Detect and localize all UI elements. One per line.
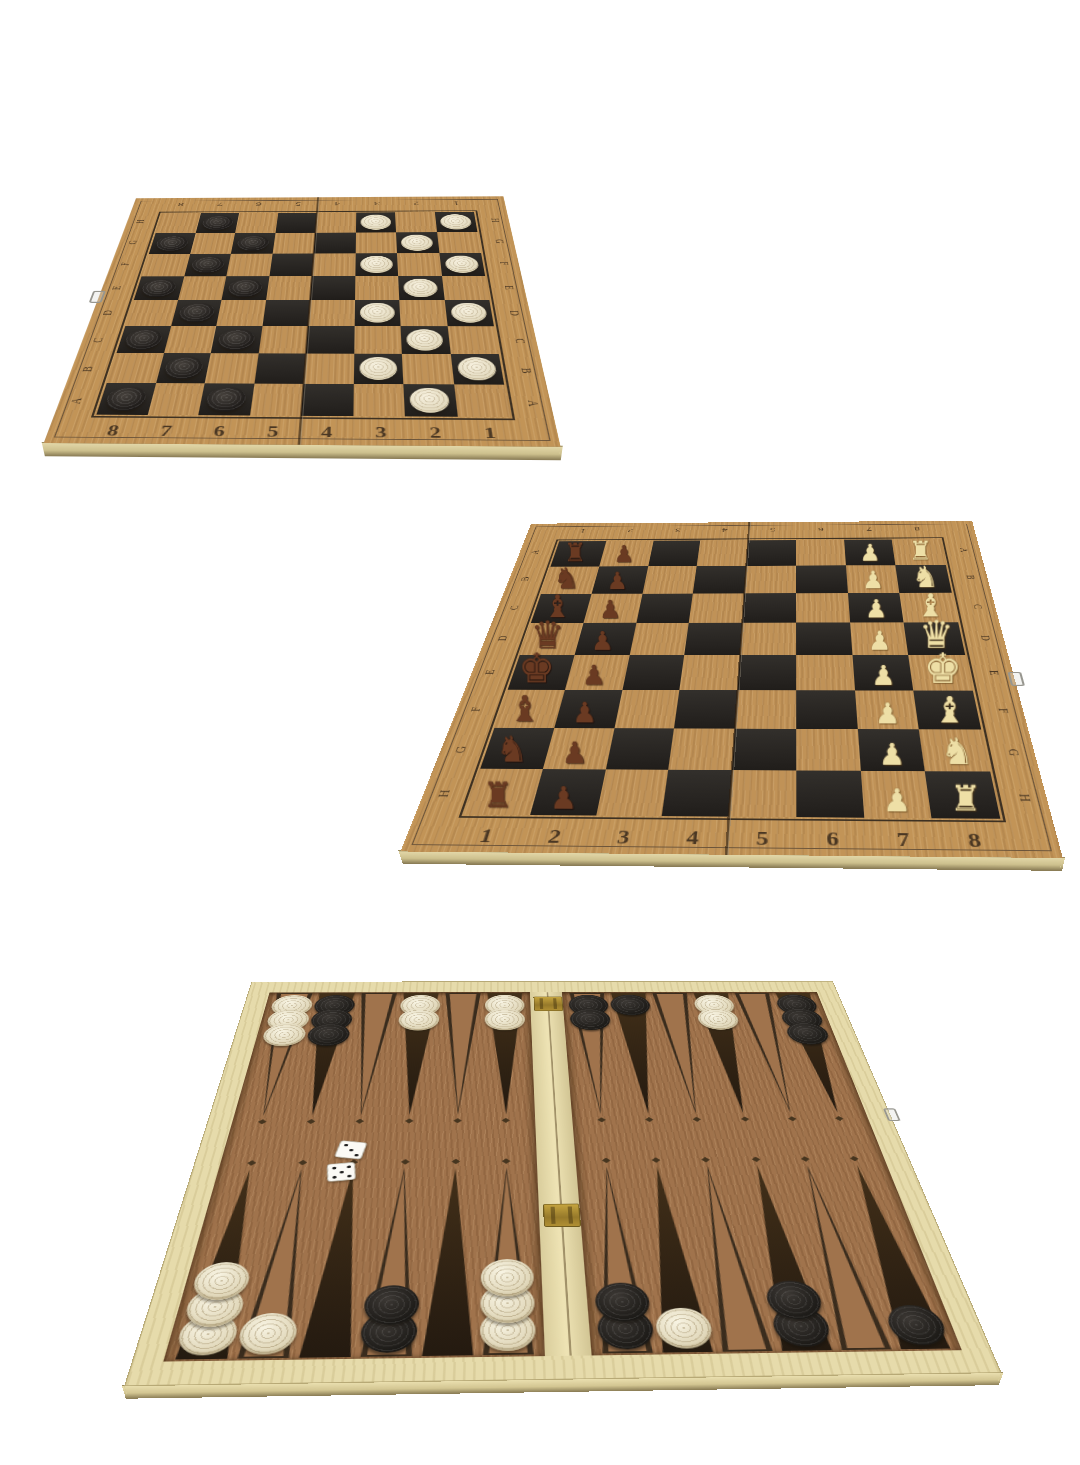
point-tip-dot bbox=[751, 1157, 760, 1162]
board-square bbox=[147, 383, 205, 415]
chess-piece-wK: ♚ bbox=[924, 647, 962, 689]
chess-piece-wN: ♞ bbox=[941, 733, 974, 770]
chess-piece-bP: ♟ bbox=[613, 542, 633, 565]
point-tip-dot bbox=[597, 1117, 605, 1122]
coord-label: 5 bbox=[277, 198, 317, 209]
bg-checker-black bbox=[305, 1023, 351, 1046]
board-square: ♞ bbox=[919, 729, 990, 772]
board-square: ♜ bbox=[925, 771, 1000, 818]
chess-grid: ♜♟♟♜♞♟♟♞♝♟♟♝♛♟♟♛♚♟♟♚♝♟♟♝♞♟♟♞♜♟♟♜ bbox=[464, 539, 1000, 819]
product-photo-page: 87654321 87654321 HGFEDCBA HGFEDCBA 1234… bbox=[0, 0, 1080, 1465]
board-square bbox=[222, 276, 270, 300]
board-square bbox=[796, 565, 848, 593]
board-square bbox=[744, 565, 795, 593]
board-square bbox=[354, 326, 402, 354]
chess-board: 12345678 12345678 ABCDEFGH ABCDEFGH ♜♟♟♜… bbox=[400, 521, 1062, 858]
point-tip-dot bbox=[652, 1157, 661, 1162]
board-square bbox=[596, 770, 669, 816]
board-square bbox=[434, 212, 477, 232]
board-square bbox=[195, 213, 239, 233]
board-square bbox=[746, 540, 796, 566]
board-square bbox=[642, 566, 697, 594]
point-tip-dot bbox=[801, 1156, 810, 1161]
coord-label: 8 bbox=[83, 421, 142, 442]
chess-piece-bP: ♟ bbox=[582, 662, 606, 689]
board-square bbox=[396, 232, 439, 253]
chess-piece-wP: ♟ bbox=[860, 541, 881, 564]
coord-label: 8 bbox=[937, 828, 1013, 853]
point-tip-dot bbox=[356, 1119, 364, 1124]
bg-checker-white bbox=[485, 1009, 526, 1031]
bg-checker-black bbox=[569, 1009, 611, 1031]
board-square bbox=[304, 354, 354, 384]
board-square bbox=[314, 232, 356, 253]
board-square bbox=[235, 213, 278, 233]
board-square bbox=[315, 213, 356, 233]
board-square: ♚ bbox=[508, 655, 575, 690]
chess-piece-wP: ♟ bbox=[883, 785, 911, 817]
chess-piece-bK: ♚ bbox=[518, 647, 555, 688]
coord-label: 8 bbox=[160, 199, 202, 210]
checker-piece-white bbox=[450, 303, 488, 323]
point-tip-dot bbox=[453, 1118, 461, 1123]
chess-piece-bP: ♟ bbox=[599, 597, 621, 622]
board-square: ♜ bbox=[464, 769, 542, 815]
brass-hinge-icon bbox=[533, 997, 563, 1011]
point-tip-dot bbox=[247, 1160, 256, 1166]
board-square bbox=[190, 233, 235, 254]
board-square bbox=[312, 253, 355, 276]
board-square: ♟ bbox=[846, 565, 900, 593]
coord-label: 6 bbox=[238, 199, 279, 210]
backgammon-point bbox=[482, 993, 530, 1115]
point-tip-dot bbox=[307, 1119, 315, 1124]
point-tip-dot bbox=[645, 1117, 653, 1122]
board-square bbox=[605, 728, 674, 770]
board-square: ♟ bbox=[591, 566, 647, 593]
point-tip-dot bbox=[602, 1158, 611, 1163]
board-square bbox=[662, 770, 732, 817]
board-square bbox=[107, 353, 164, 383]
chess-piece-bN: ♞ bbox=[496, 731, 528, 767]
point-tip-dot bbox=[702, 1157, 711, 1162]
backgammon-point bbox=[294, 1169, 379, 1358]
point-tip-dot bbox=[693, 1117, 701, 1122]
board-square bbox=[668, 728, 734, 770]
board-square bbox=[178, 276, 227, 300]
checker-piece-black bbox=[162, 357, 204, 380]
board-square bbox=[693, 566, 746, 594]
board-square bbox=[356, 212, 396, 232]
coord-label: 6 bbox=[190, 421, 247, 442]
checker-piece-black bbox=[201, 215, 234, 230]
coord-label: 2 bbox=[408, 423, 464, 444]
coord-label: 4 bbox=[317, 198, 357, 209]
board-square: ♟ bbox=[860, 771, 931, 818]
board-square bbox=[796, 690, 857, 729]
board-square: ♝ bbox=[913, 690, 981, 729]
board-square bbox=[680, 655, 740, 690]
coord-label: 2 bbox=[396, 198, 437, 209]
backgammon-right-half bbox=[562, 992, 962, 1356]
checker-piece-black bbox=[104, 386, 149, 411]
board-square bbox=[134, 276, 184, 300]
board-square bbox=[674, 690, 737, 728]
coord-label: 7 bbox=[137, 421, 195, 442]
checker-piece-black bbox=[140, 279, 178, 297]
checker-piece-black bbox=[190, 256, 226, 273]
board-square bbox=[735, 690, 796, 728]
checker-piece-white bbox=[360, 256, 393, 273]
board-square bbox=[156, 353, 211, 383]
bg-checker-white bbox=[189, 1262, 253, 1300]
board-square: ♟ bbox=[599, 541, 653, 567]
board-square bbox=[402, 354, 454, 384]
board-square: ♟ bbox=[554, 690, 622, 728]
board-square bbox=[353, 384, 405, 417]
backgammon-point bbox=[478, 1167, 539, 1355]
board-square: ♟ bbox=[857, 729, 925, 772]
board-square bbox=[796, 540, 846, 566]
checker-piece-black bbox=[236, 235, 270, 251]
point-tip-dot bbox=[836, 1116, 844, 1121]
board-square: ♝ bbox=[495, 690, 565, 728]
checker-piece-white bbox=[403, 279, 438, 297]
point-tip-dot bbox=[258, 1119, 266, 1124]
board-square: ♟ bbox=[855, 690, 920, 729]
board-square bbox=[249, 383, 303, 416]
board-square bbox=[403, 384, 457, 417]
board-square bbox=[742, 593, 796, 623]
bg-checker-white bbox=[181, 1287, 246, 1327]
checker-piece-black bbox=[177, 303, 216, 323]
point-tip-dot bbox=[401, 1159, 410, 1164]
board-square bbox=[697, 540, 748, 566]
coord-label: 5 bbox=[748, 524, 796, 535]
board-square bbox=[648, 541, 701, 567]
checker-piece-white bbox=[409, 388, 450, 413]
checker-piece-white bbox=[359, 357, 397, 380]
board-square bbox=[729, 770, 796, 817]
quadrant-top-left bbox=[239, 993, 530, 1116]
point-tip-dot bbox=[850, 1156, 858, 1161]
coord-label: 6 bbox=[797, 524, 846, 535]
coord-label: 8 bbox=[892, 523, 943, 534]
point-tip-dot bbox=[788, 1116, 796, 1121]
chess-piece-wR: ♜ bbox=[950, 781, 982, 816]
board-square bbox=[796, 729, 860, 772]
backgammon-left-half bbox=[163, 992, 545, 1361]
coord-label: 7 bbox=[844, 523, 894, 534]
board-square bbox=[397, 253, 441, 276]
board-square bbox=[732, 728, 796, 770]
chess-piece-wP: ♟ bbox=[872, 662, 897, 689]
backgammon-point bbox=[417, 1168, 481, 1356]
backgammon-point bbox=[434, 993, 484, 1115]
board-square bbox=[444, 300, 494, 326]
checker-piece-white bbox=[401, 234, 434, 250]
board-square bbox=[216, 300, 265, 326]
quadrant-bottom-left bbox=[170, 1167, 539, 1359]
bg-checker-white bbox=[260, 1024, 307, 1047]
board-square: ♚ bbox=[908, 655, 972, 690]
board-square: ♟ bbox=[848, 593, 904, 623]
chess-piece-bP: ♟ bbox=[549, 782, 577, 813]
coord-label: 1 bbox=[558, 525, 608, 536]
die-showing-3 bbox=[334, 1140, 368, 1159]
quadrant-top-right bbox=[566, 993, 861, 1114]
coord-label: 5 bbox=[245, 422, 301, 443]
backgammon-frame bbox=[124, 981, 1002, 1386]
chess-piece-bP: ♟ bbox=[591, 628, 614, 654]
coord-label: 1 bbox=[435, 198, 476, 209]
board-square bbox=[614, 690, 680, 728]
backgammon-board-photo bbox=[205, 830, 905, 1450]
board-square: ♟ bbox=[543, 728, 614, 770]
backgammon-board bbox=[124, 981, 1002, 1386]
board-square bbox=[355, 232, 397, 253]
point-tip-dot bbox=[298, 1160, 307, 1166]
board-square bbox=[301, 383, 353, 416]
chess-piece-bP: ♟ bbox=[606, 569, 627, 593]
point-tip-dot bbox=[502, 1118, 510, 1123]
chess-piece-bP: ♟ bbox=[561, 738, 587, 768]
chess-piece-wP: ♟ bbox=[868, 628, 892, 654]
board-square bbox=[266, 276, 312, 300]
board-square bbox=[442, 276, 490, 300]
board-square bbox=[254, 353, 306, 383]
checker-piece-white bbox=[456, 357, 497, 380]
board-square bbox=[149, 233, 195, 254]
coord-label: 4 bbox=[700, 524, 749, 535]
board-square bbox=[96, 383, 155, 415]
coord-label: 3 bbox=[652, 525, 701, 536]
board-square: ♟ bbox=[844, 539, 896, 565]
chess-piece-bB: ♝ bbox=[509, 690, 541, 726]
board-square bbox=[399, 300, 447, 326]
board-square bbox=[629, 623, 689, 655]
bg-checker-white bbox=[695, 1008, 740, 1029]
board-square bbox=[198, 383, 254, 415]
point-tip-dot bbox=[502, 1158, 511, 1163]
coord-label: 4 bbox=[299, 422, 354, 443]
checker-piece-black bbox=[154, 235, 189, 251]
chess-piece-wB: ♝ bbox=[933, 691, 966, 727]
board-square bbox=[272, 232, 315, 253]
point-tip-dot bbox=[405, 1118, 413, 1123]
board-square bbox=[689, 593, 744, 623]
coord-label: 2 bbox=[605, 525, 655, 536]
chess-piece-wP: ♟ bbox=[879, 740, 906, 770]
point-tip-dot bbox=[741, 1117, 749, 1122]
checkers-board-photo: 87654321 87654321 HGFEDCBA HGFEDCBA bbox=[95, 85, 525, 515]
quadrant-bottom-right bbox=[581, 1165, 955, 1354]
board-square bbox=[684, 623, 742, 655]
board-square bbox=[262, 300, 310, 326]
chess-piece-bR: ♜ bbox=[482, 778, 512, 813]
chess-piece-wP: ♟ bbox=[865, 596, 888, 621]
board-square: ♟ bbox=[530, 769, 605, 815]
bg-checker-white bbox=[397, 1009, 440, 1031]
chess-piece-bP: ♟ bbox=[572, 698, 597, 726]
board-square: ♟ bbox=[583, 593, 642, 623]
board-square bbox=[450, 354, 504, 384]
brass-hinge-icon bbox=[543, 1204, 581, 1227]
coord-label: 7 bbox=[199, 199, 240, 210]
board-square bbox=[398, 276, 444, 300]
checker-piece-black bbox=[227, 279, 263, 297]
chess-piece-wP: ♟ bbox=[875, 699, 901, 728]
board-square bbox=[205, 353, 258, 383]
board-square bbox=[308, 300, 355, 326]
board-square bbox=[796, 771, 864, 818]
board-square bbox=[437, 232, 482, 253]
coord-label: 3 bbox=[357, 198, 397, 209]
board-square bbox=[395, 212, 437, 232]
board-square bbox=[171, 300, 222, 326]
checker-piece-black bbox=[205, 387, 248, 412]
chess-piece-wP: ♟ bbox=[863, 568, 885, 592]
board-square bbox=[310, 276, 355, 300]
coord-label: 3 bbox=[354, 422, 409, 443]
point-tip-dot bbox=[451, 1159, 460, 1164]
